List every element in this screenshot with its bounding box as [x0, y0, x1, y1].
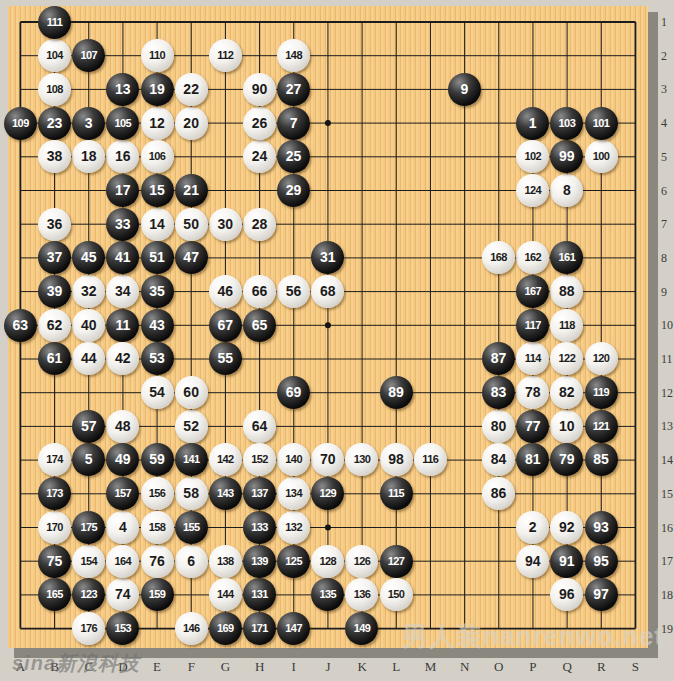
watermark-nanrenwo: 男人装nanrenwo.net	[402, 619, 664, 654]
column-label-E: E	[149, 659, 165, 675]
row-label-16: 16	[661, 521, 674, 535]
row-label-7: 7	[661, 217, 674, 231]
column-label-R: R	[593, 659, 609, 675]
row-label-6: 6	[661, 184, 674, 198]
row-label-17: 17	[661, 554, 674, 568]
go-board-wood	[8, 6, 648, 648]
board-shadow-right	[648, 12, 658, 658]
column-label-N: N	[457, 659, 473, 675]
row-label-18: 18	[661, 588, 674, 602]
column-label-F: F	[183, 659, 199, 675]
screenshot-root: 1234567891011121314151617181920212223242…	[0, 0, 674, 681]
row-label-9: 9	[661, 285, 674, 299]
row-label-2: 2	[661, 49, 674, 63]
column-label-Q: Q	[559, 659, 575, 675]
column-label-J: J	[320, 659, 336, 675]
row-label-4: 4	[661, 116, 674, 130]
column-label-I: I	[286, 659, 302, 675]
row-label-8: 8	[661, 251, 674, 265]
row-label-5: 5	[661, 150, 674, 164]
watermark-sina: sina新浪科技	[12, 650, 140, 677]
column-label-H: H	[252, 659, 268, 675]
column-label-G: G	[217, 659, 233, 675]
column-label-K: K	[354, 659, 370, 675]
row-label-14: 14	[661, 453, 674, 467]
row-label-11: 11	[661, 352, 674, 366]
row-label-15: 15	[661, 487, 674, 501]
column-label-L: L	[388, 659, 404, 675]
column-label-M: M	[422, 659, 438, 675]
row-label-10: 10	[661, 318, 674, 332]
row-label-13: 13	[661, 419, 674, 433]
column-label-S: S	[627, 659, 643, 675]
row-label-12: 12	[661, 386, 674, 400]
column-label-P: P	[525, 659, 541, 675]
row-label-1: 1	[661, 15, 674, 29]
row-label-3: 3	[661, 82, 674, 96]
column-label-O: O	[491, 659, 507, 675]
